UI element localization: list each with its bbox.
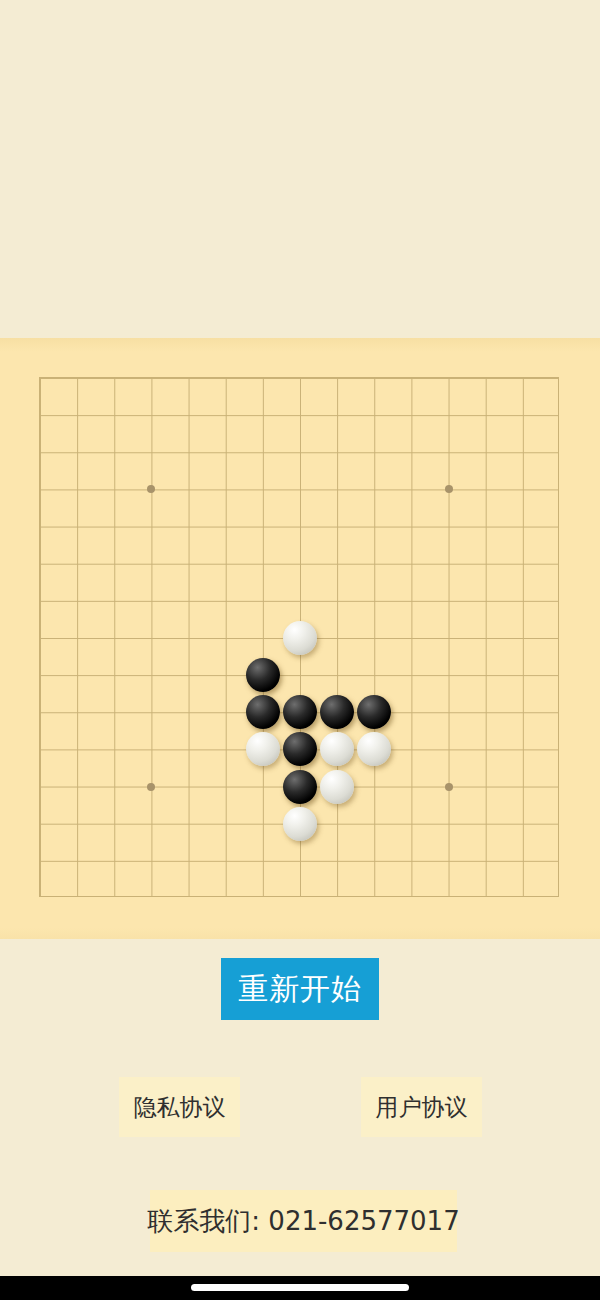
stone-black xyxy=(283,770,317,804)
stone-white xyxy=(357,732,391,766)
stone-black xyxy=(320,695,354,729)
stone-black xyxy=(283,695,317,729)
star-point xyxy=(445,485,453,493)
stone-white xyxy=(246,732,280,766)
stone-white xyxy=(320,732,354,766)
user-agreement-button[interactable]: 用户协议 xyxy=(361,1077,482,1137)
privacy-policy-button[interactable]: 隐私协议 xyxy=(119,1077,240,1137)
star-point xyxy=(147,783,155,791)
stone-black xyxy=(283,732,317,766)
stone-black xyxy=(246,695,280,729)
stone-white xyxy=(320,770,354,804)
board-panel xyxy=(0,338,600,939)
star-point xyxy=(445,783,453,791)
stone-black xyxy=(246,658,280,692)
stone-black xyxy=(357,695,391,729)
stone-white xyxy=(283,807,317,841)
restart-button[interactable]: 重新开始 xyxy=(221,958,379,1020)
contact-info: 联系我们: 021-62577017 xyxy=(150,1190,457,1252)
star-point xyxy=(147,485,155,493)
gomoku-board[interactable] xyxy=(39,377,559,897)
app-screen: 重新开始 隐私协议 用户协议 联系我们: 021-62577017 xyxy=(0,0,600,1300)
home-indicator[interactable] xyxy=(191,1284,409,1291)
stone-white xyxy=(283,621,317,655)
home-indicator-bar xyxy=(0,1276,600,1300)
